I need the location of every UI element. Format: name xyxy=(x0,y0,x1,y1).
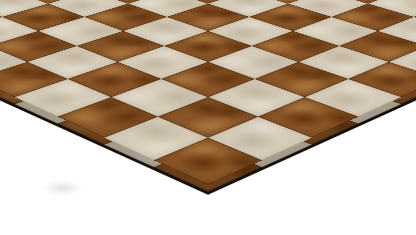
board-top-layer xyxy=(0,0,416,235)
chessboard[interactable] xyxy=(0,0,416,185)
chessboard-product-photo xyxy=(0,0,416,235)
